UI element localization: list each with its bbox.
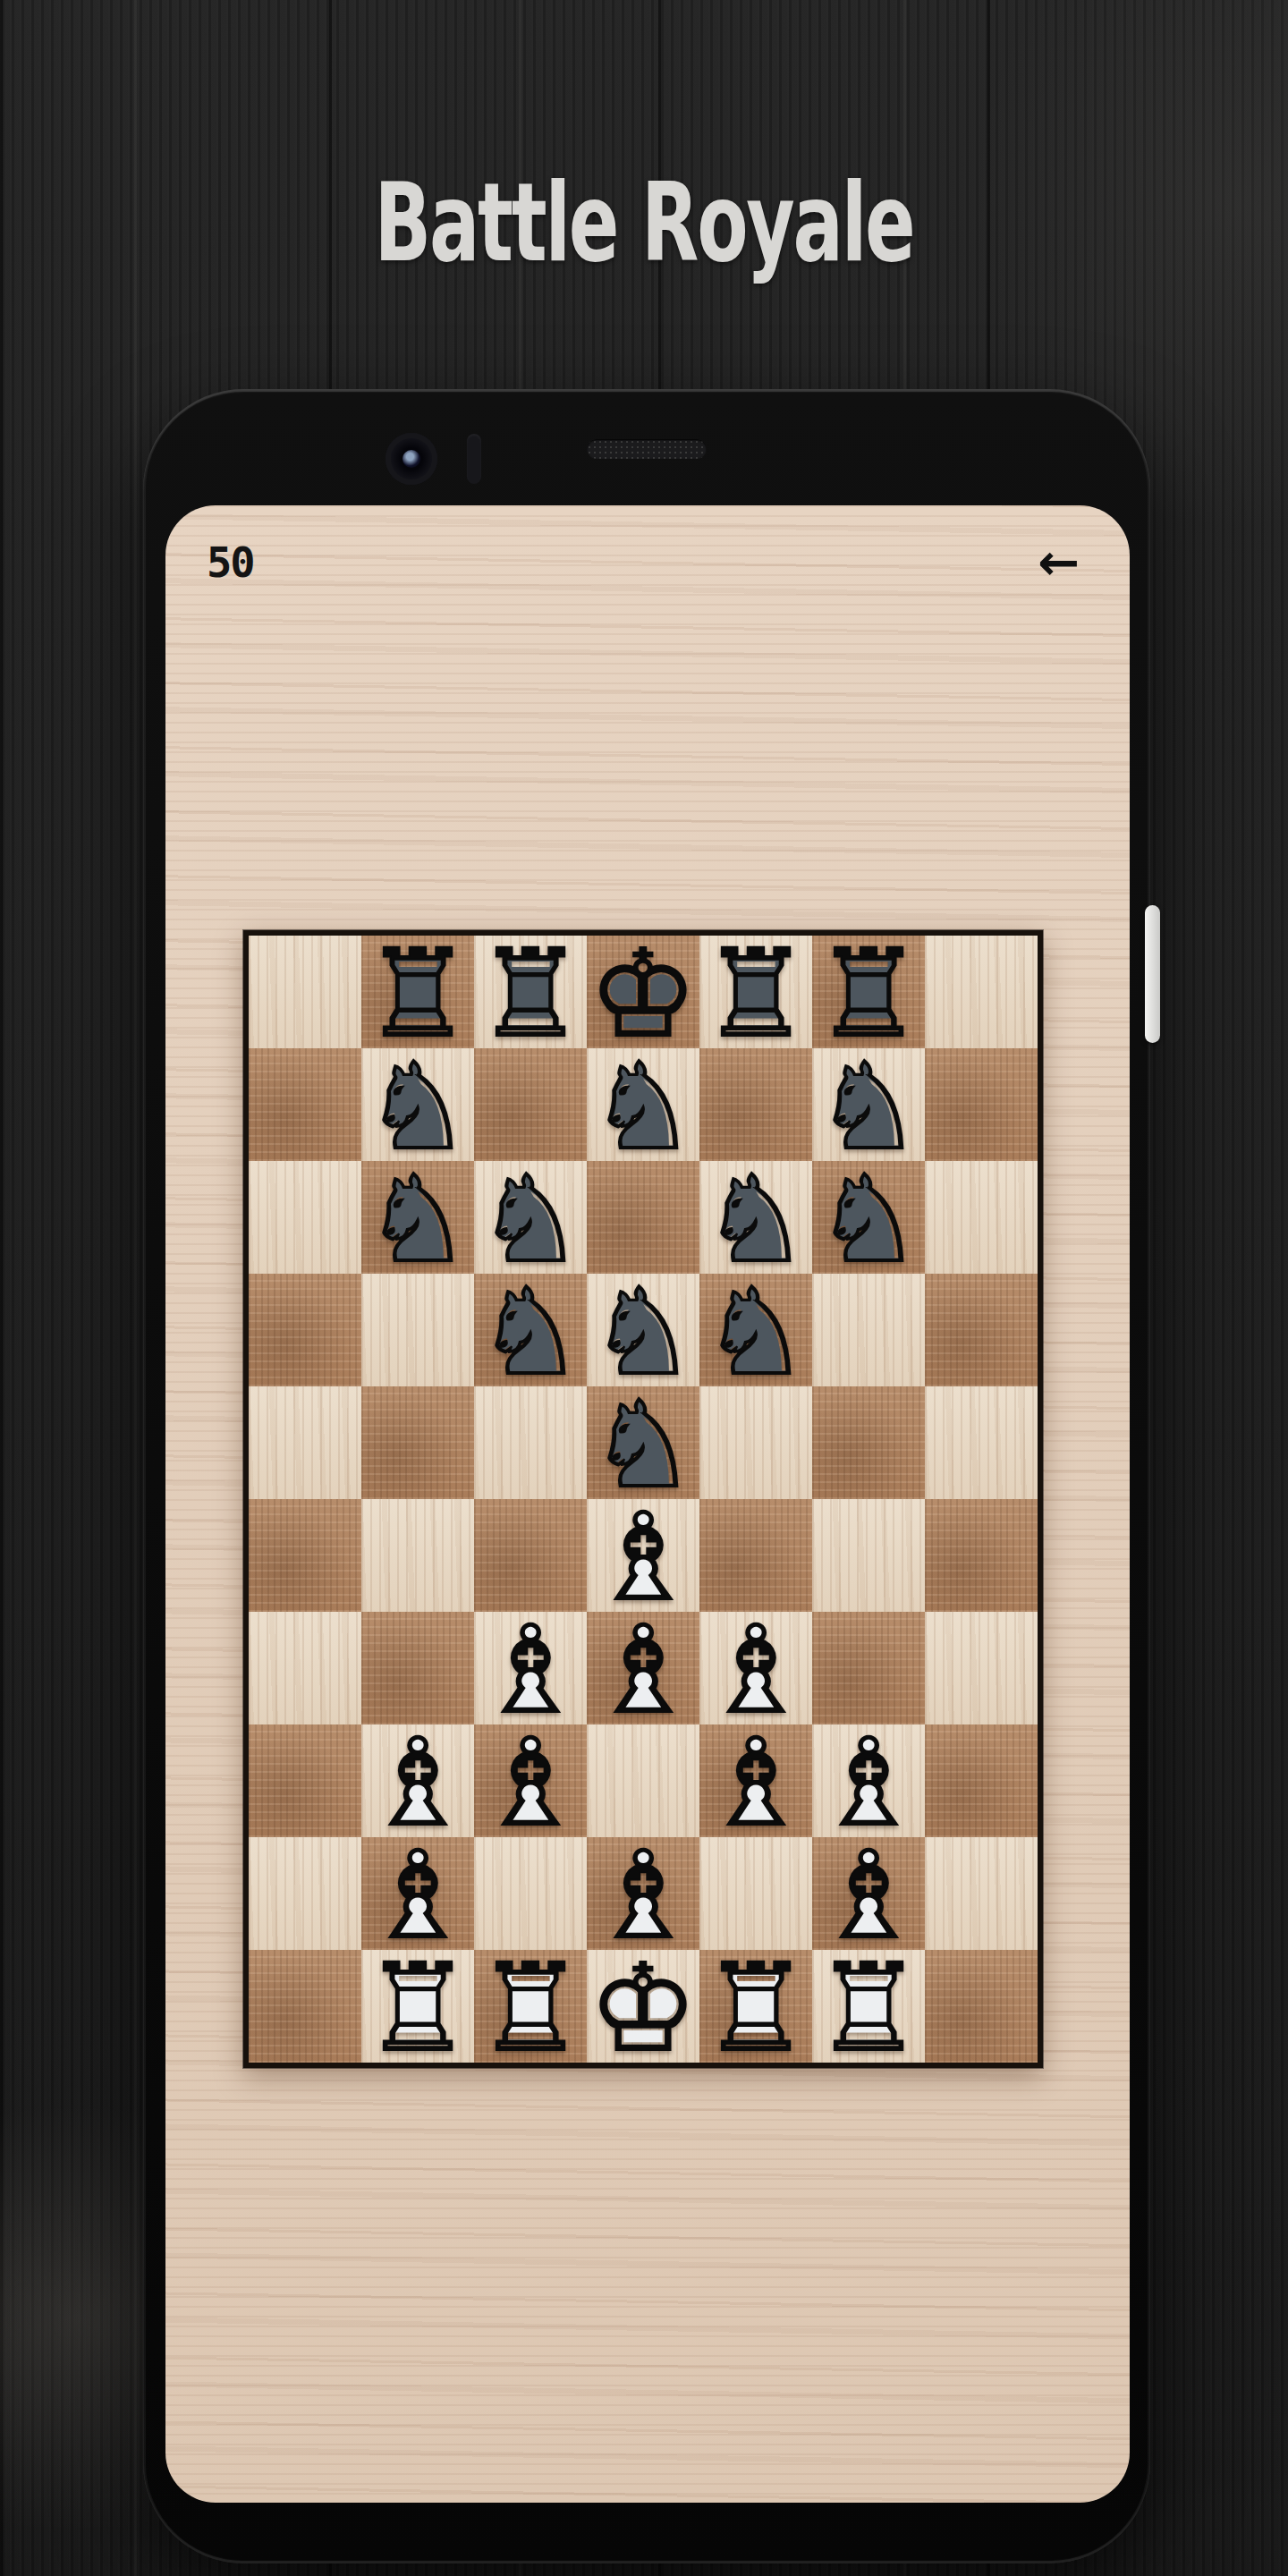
white-rook-piece: ♜♖: [812, 1950, 925, 2063]
square-d7[interactable]: ♞♘: [587, 1274, 699, 1386]
square-f6[interactable]: [812, 1386, 925, 1499]
page: { "page_title": "Battle Royale", "hud": …: [0, 0, 1288, 2576]
white-rook-piece: ♜♖: [474, 1950, 587, 2063]
front-camera-icon: [386, 433, 437, 485]
square-f5[interactable]: [812, 1499, 925, 1612]
black-knight-piece: ♞♘: [361, 1048, 474, 1161]
square-a7[interactable]: [249, 1274, 361, 1386]
square-b10[interactable]: ♜♖: [361, 936, 474, 1048]
black-rook-piece: ♜♖: [812, 936, 925, 1048]
square-g3[interactable]: [925, 1724, 1038, 1837]
board: ♜♖♜♖♚♔♜♖♜♖♞♘♞♘♞♘♞♘♞♘♞♘♞♘♞♘♞♘♞♘♞♘♝♗♝♗♝♗♝♗…: [243, 930, 1043, 2068]
white-bishop-piece: ♝♗: [361, 1724, 474, 1837]
square-a8[interactable]: [249, 1161, 361, 1274]
square-d2[interactable]: ♝♗: [587, 1837, 699, 1950]
square-d8[interactable]: [587, 1161, 699, 1274]
square-g4[interactable]: [925, 1612, 1038, 1724]
square-e4[interactable]: ♝♗: [699, 1612, 812, 1724]
square-f8[interactable]: ♞♘: [812, 1161, 925, 1274]
white-bishop-piece: ♝♗: [587, 1837, 699, 1950]
square-f4[interactable]: [812, 1612, 925, 1724]
square-c3[interactable]: ♝♗: [474, 1724, 587, 1837]
square-a6[interactable]: [249, 1386, 361, 1499]
square-g10[interactable]: [925, 936, 1038, 1048]
black-king-piece: ♚♔: [587, 936, 699, 1048]
square-c2[interactable]: [474, 1837, 587, 1950]
white-bishop-piece: ♝♗: [812, 1724, 925, 1837]
square-g7[interactable]: [925, 1274, 1038, 1386]
square-c9[interactable]: [474, 1048, 587, 1161]
square-c5[interactable]: [474, 1499, 587, 1612]
square-b8[interactable]: ♞♘: [361, 1161, 474, 1274]
white-bishop-piece: ♝♗: [812, 1837, 925, 1950]
square-g1[interactable]: [925, 1950, 1038, 2063]
square-b6[interactable]: [361, 1386, 474, 1499]
square-d5[interactable]: ♝♗: [587, 1499, 699, 1612]
black-rook-piece: ♜♖: [474, 936, 587, 1048]
square-g8[interactable]: [925, 1161, 1038, 1274]
square-d4[interactable]: ♝♗: [587, 1612, 699, 1724]
white-bishop-piece: ♝♗: [474, 1612, 587, 1724]
square-a10[interactable]: [249, 936, 361, 1048]
square-a5[interactable]: [249, 1499, 361, 1612]
black-knight-piece: ♞♘: [587, 1386, 699, 1499]
earpiece-speaker-icon: [587, 439, 707, 459]
square-c1[interactable]: ♜♖: [474, 1950, 587, 2063]
white-rook-piece: ♜♖: [699, 1950, 812, 2063]
move-counter: 50: [207, 541, 254, 583]
square-c4[interactable]: ♝♗: [474, 1612, 587, 1724]
square-a4[interactable]: [249, 1612, 361, 1724]
square-f10[interactable]: ♜♖: [812, 936, 925, 1048]
square-f1[interactable]: ♜♖: [812, 1950, 925, 2063]
proximity-sensor-icon: [467, 434, 481, 484]
black-knight-piece: ♞♘: [587, 1048, 699, 1161]
white-king-piece: ♚♔: [587, 1950, 699, 2063]
white-rook-piece: ♜♖: [361, 1950, 474, 2063]
square-e6[interactable]: [699, 1386, 812, 1499]
square-d1[interactable]: ♚♔: [587, 1950, 699, 2063]
square-b2[interactable]: ♝♗: [361, 1837, 474, 1950]
square-e5[interactable]: [699, 1499, 812, 1612]
white-bishop-piece: ♝♗: [474, 1724, 587, 1837]
white-bishop-piece: ♝♗: [361, 1837, 474, 1950]
square-g2[interactable]: [925, 1837, 1038, 1950]
black-knight-piece: ♞♘: [474, 1161, 587, 1274]
black-rook-piece: ♜♖: [699, 936, 812, 1048]
square-b4[interactable]: [361, 1612, 474, 1724]
square-f3[interactable]: ♝♗: [812, 1724, 925, 1837]
square-c8[interactable]: ♞♘: [474, 1161, 587, 1274]
white-bishop-piece: ♝♗: [587, 1499, 699, 1612]
square-c7[interactable]: ♞♘: [474, 1274, 587, 1386]
square-a3[interactable]: [249, 1724, 361, 1837]
page-title: Battle Royale: [155, 169, 1133, 277]
square-e2[interactable]: [699, 1837, 812, 1950]
square-a2[interactable]: [249, 1837, 361, 1950]
phone-frame: 50 ← ♜♖♜♖♚♔♜♖♜♖♞♘♞♘♞♘♞♘♞♘♞♘♞♘♞♘♞♘♞♘♞♘♝♗♝…: [143, 389, 1150, 2563]
phone-screen: 50 ← ♜♖♜♖♚♔♜♖♜♖♞♘♞♘♞♘♞♘♞♘♞♘♞♘♞♘♞♘♞♘♞♘♝♗♝…: [165, 505, 1130, 2503]
white-bishop-piece: ♝♗: [587, 1612, 699, 1724]
square-e7[interactable]: ♞♘: [699, 1274, 812, 1386]
square-e8[interactable]: ♞♘: [699, 1161, 812, 1274]
square-g5[interactable]: [925, 1499, 1038, 1612]
black-knight-piece: ♞♘: [587, 1274, 699, 1386]
square-e9[interactable]: [699, 1048, 812, 1161]
square-f9[interactable]: ♞♘: [812, 1048, 925, 1161]
square-b9[interactable]: ♞♘: [361, 1048, 474, 1161]
square-g6[interactable]: [925, 1386, 1038, 1499]
square-d3[interactable]: [587, 1724, 699, 1837]
square-g9[interactable]: [925, 1048, 1038, 1161]
square-f7[interactable]: [812, 1274, 925, 1386]
white-bishop-piece: ♝♗: [699, 1612, 812, 1724]
square-a9[interactable]: [249, 1048, 361, 1161]
square-e3[interactable]: ♝♗: [699, 1724, 812, 1837]
black-knight-piece: ♞♘: [361, 1161, 474, 1274]
black-rook-piece: ♜♖: [361, 936, 474, 1048]
back-arrow-icon[interactable]: ←: [1038, 538, 1080, 588]
white-bishop-piece: ♝♗: [699, 1724, 812, 1837]
square-b5[interactable]: [361, 1499, 474, 1612]
black-knight-piece: ♞♘: [812, 1048, 925, 1161]
square-f2[interactable]: ♝♗: [812, 1837, 925, 1950]
black-knight-piece: ♞♘: [699, 1161, 812, 1274]
square-d9[interactable]: ♞♘: [587, 1048, 699, 1161]
square-b1[interactable]: ♜♖: [361, 1950, 474, 2063]
square-d10[interactable]: ♚♔: [587, 936, 699, 1048]
square-a1[interactable]: [249, 1950, 361, 2063]
phone-power-button: [1145, 905, 1160, 1043]
square-c6[interactable]: [474, 1386, 587, 1499]
square-d6[interactable]: ♞♘: [587, 1386, 699, 1499]
square-c10[interactable]: ♜♖: [474, 936, 587, 1048]
black-knight-piece: ♞♘: [474, 1274, 587, 1386]
camera-lens-icon: [402, 450, 420, 468]
square-e10[interactable]: ♜♖: [699, 936, 812, 1048]
square-e1[interactable]: ♜♖: [699, 1950, 812, 2063]
black-knight-piece: ♞♘: [699, 1274, 812, 1386]
square-b7[interactable]: [361, 1274, 474, 1386]
black-knight-piece: ♞♘: [812, 1161, 925, 1274]
square-b3[interactable]: ♝♗: [361, 1724, 474, 1837]
